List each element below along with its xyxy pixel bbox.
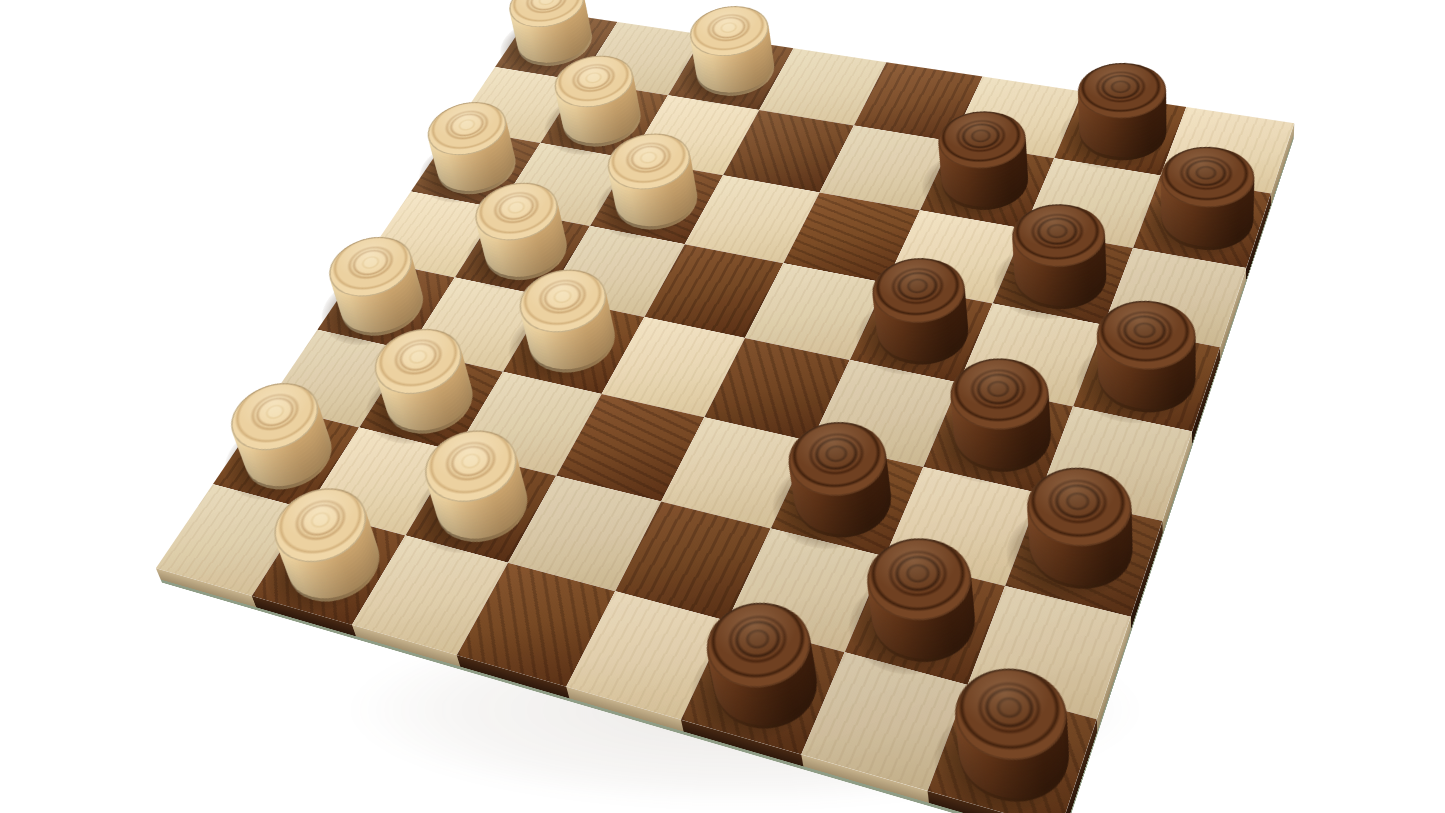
checker-dark-r7c5[interactable] xyxy=(700,633,831,740)
checker-dark-r1c7[interactable] xyxy=(1152,183,1262,257)
checker-dark-r6c6[interactable] xyxy=(859,570,987,673)
product-photo-scene xyxy=(0,0,1445,813)
